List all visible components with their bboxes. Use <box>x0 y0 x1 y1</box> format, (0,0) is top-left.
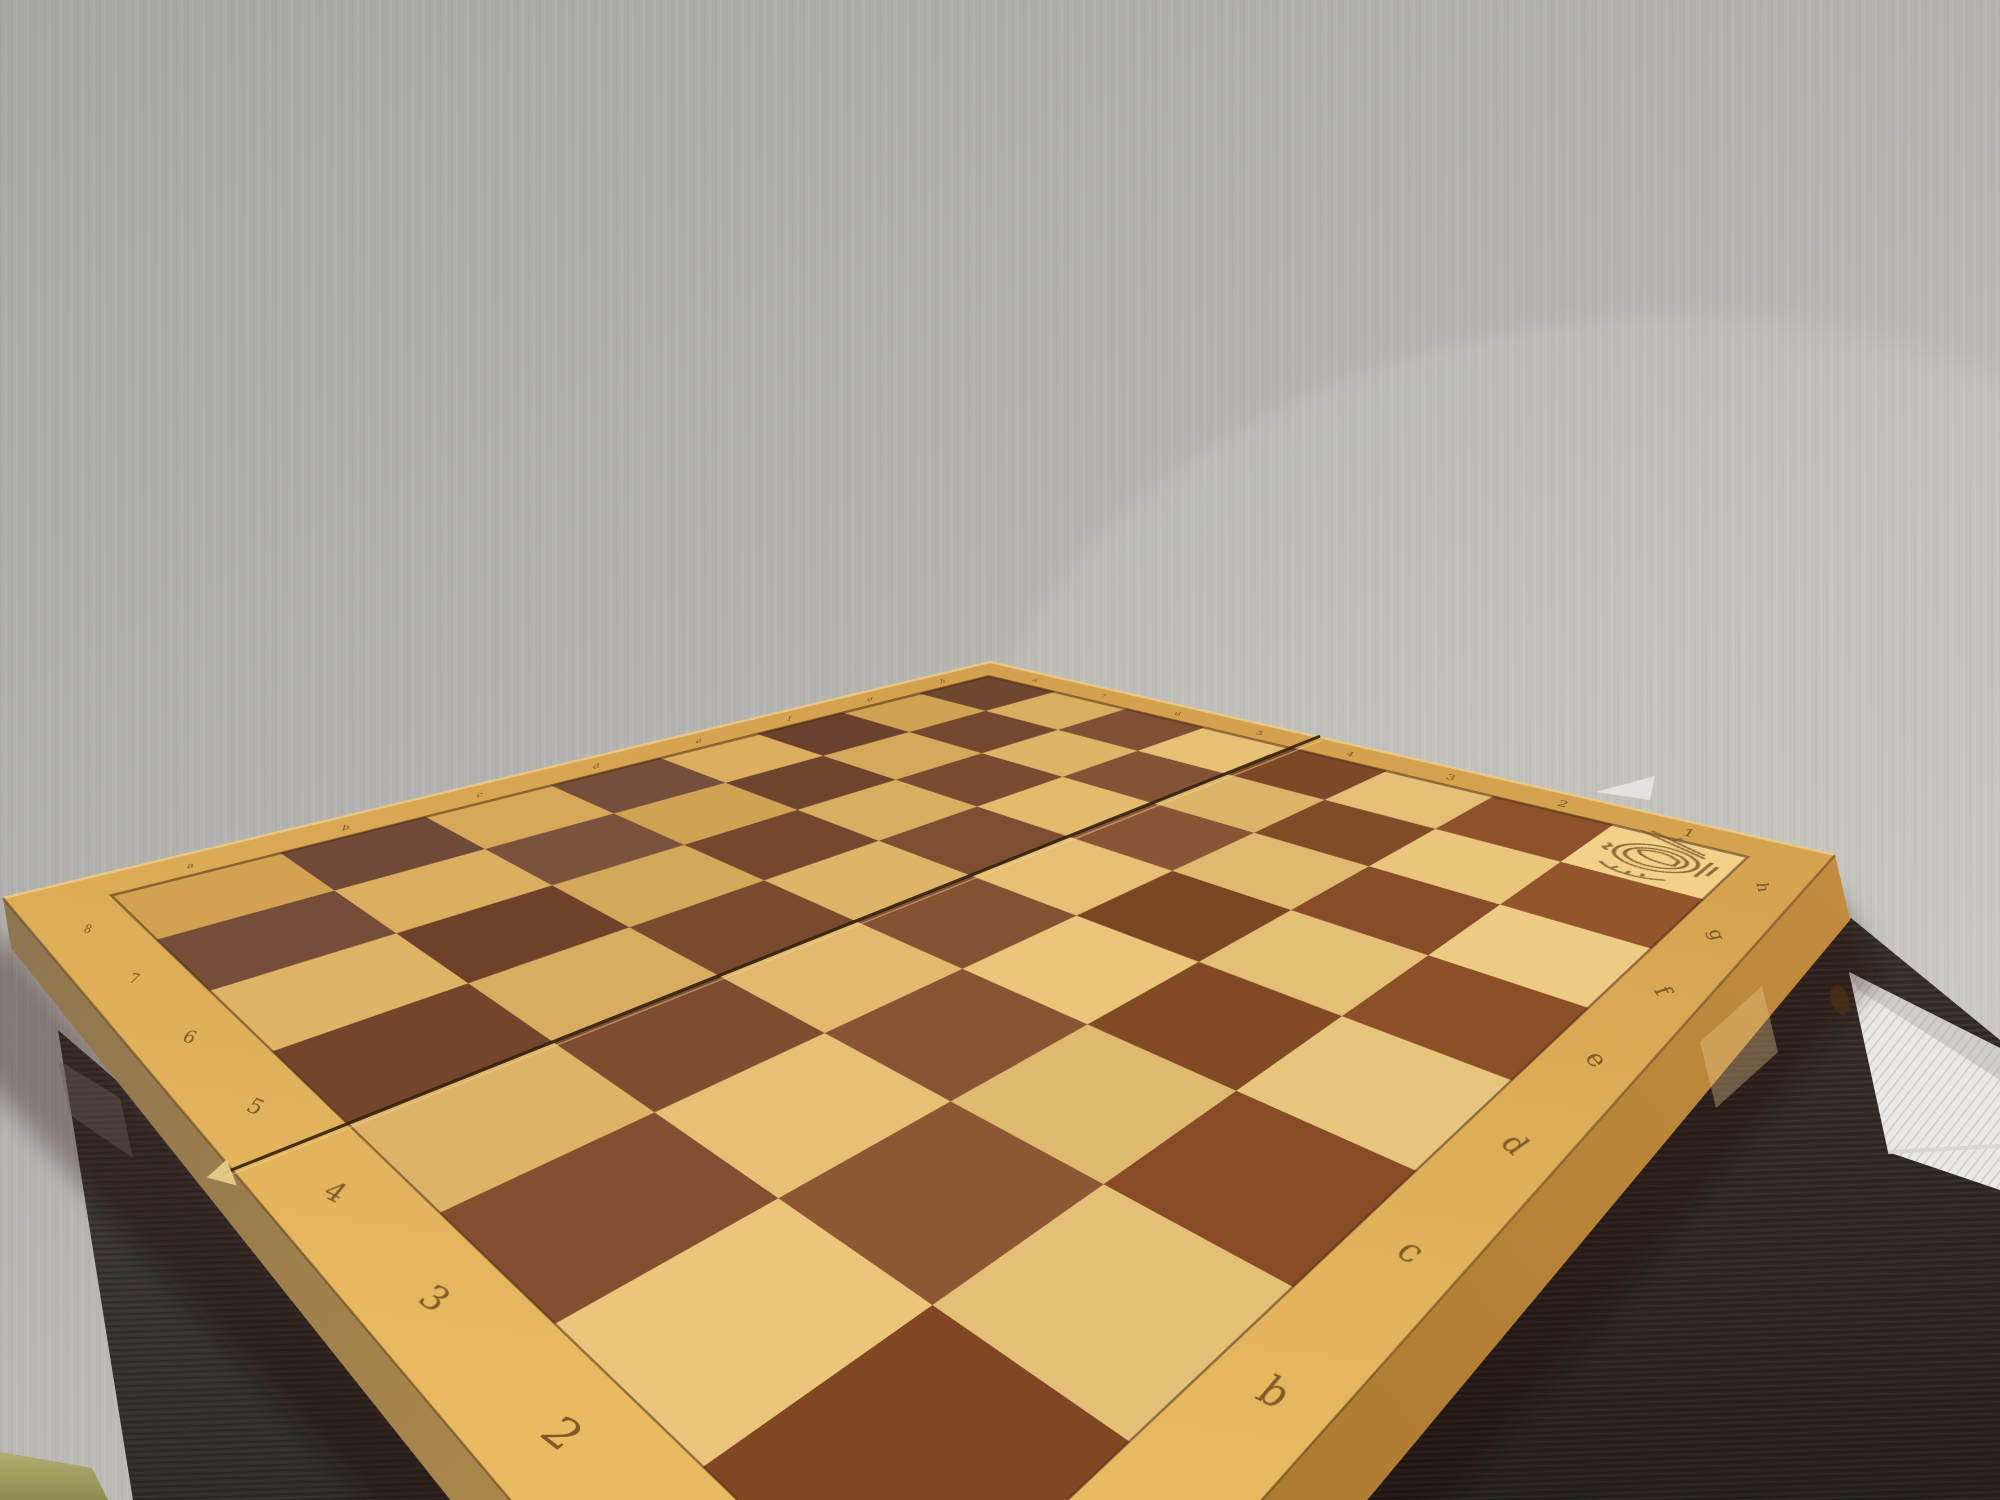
photo-stage: 12345678abcdefghabcdefgh12345678 <box>0 0 2000 1500</box>
scene-photo: 12345678abcdefghabcdefgh12345678 <box>0 0 2000 1500</box>
